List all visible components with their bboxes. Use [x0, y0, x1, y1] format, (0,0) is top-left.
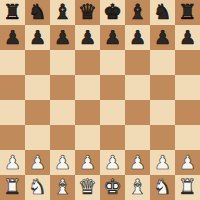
square-b6[interactable] — [25, 50, 50, 75]
square-e4[interactable] — [100, 100, 125, 125]
white-pawn-piece[interactable]: ♟ — [4, 150, 21, 175]
square-d7[interactable]: ♟ — [75, 25, 100, 50]
square-b8[interactable]: ♞ — [25, 0, 50, 25]
square-e7[interactable]: ♟ — [100, 25, 125, 50]
square-c6[interactable] — [50, 50, 75, 75]
black-pawn-piece[interactable]: ♟ — [4, 25, 21, 50]
white-pawn-piece[interactable]: ♟ — [79, 150, 96, 175]
square-g2[interactable]: ♟ — [150, 150, 175, 175]
square-d4[interactable] — [75, 100, 100, 125]
square-a3[interactable] — [0, 125, 25, 150]
square-h3[interactable] — [175, 125, 200, 150]
white-pawn-piece[interactable]: ♟ — [179, 150, 196, 175]
square-a4[interactable] — [0, 100, 25, 125]
black-pawn-piece[interactable]: ♟ — [179, 25, 196, 50]
white-bishop-piece[interactable]: ♝ — [53, 175, 72, 200]
square-b7[interactable]: ♟ — [25, 25, 50, 50]
square-f4[interactable] — [125, 100, 150, 125]
square-e1[interactable]: ♚ — [100, 175, 125, 200]
square-c5[interactable] — [50, 75, 75, 100]
square-a5[interactable] — [0, 75, 25, 100]
black-pawn-piece[interactable]: ♟ — [154, 25, 171, 50]
square-g8[interactable]: ♞ — [150, 0, 175, 25]
white-rook-piece[interactable]: ♜ — [3, 175, 22, 200]
black-king-piece[interactable]: ♚ — [103, 0, 122, 25]
square-f1[interactable]: ♝ — [125, 175, 150, 200]
black-rook-piece[interactable]: ♜ — [178, 0, 197, 25]
white-queen-piece[interactable]: ♛ — [78, 175, 97, 200]
square-b1[interactable]: ♞ — [25, 175, 50, 200]
black-bishop-piece[interactable]: ♝ — [53, 0, 72, 25]
square-e2[interactable]: ♟ — [100, 150, 125, 175]
square-e3[interactable] — [100, 125, 125, 150]
black-pawn-piece[interactable]: ♟ — [79, 25, 96, 50]
square-a7[interactable]: ♟ — [0, 25, 25, 50]
square-d6[interactable] — [75, 50, 100, 75]
square-d8[interactable]: ♛ — [75, 0, 100, 25]
square-a8[interactable]: ♜ — [0, 0, 25, 25]
white-knight-piece[interactable]: ♞ — [28, 175, 47, 200]
square-c2[interactable]: ♟ — [50, 150, 75, 175]
square-g1[interactable]: ♞ — [150, 175, 175, 200]
black-bishop-piece[interactable]: ♝ — [128, 0, 147, 25]
chess-board: ♜♞♝♛♚♝♞♜♟♟♟♟♟♟♟♟♟♟♟♟♟♟♟♟♜♞♝♛♚♝♞♜ — [0, 0, 200, 200]
square-e8[interactable]: ♚ — [100, 0, 125, 25]
square-b2[interactable]: ♟ — [25, 150, 50, 175]
black-knight-piece[interactable]: ♞ — [28, 0, 47, 25]
square-f6[interactable] — [125, 50, 150, 75]
white-king-piece[interactable]: ♚ — [103, 175, 122, 200]
square-d5[interactable] — [75, 75, 100, 100]
black-queen-piece[interactable]: ♛ — [78, 0, 97, 25]
square-e6[interactable] — [100, 50, 125, 75]
black-rook-piece[interactable]: ♜ — [3, 0, 22, 25]
square-c4[interactable] — [50, 100, 75, 125]
white-pawn-piece[interactable]: ♟ — [154, 150, 171, 175]
square-g4[interactable] — [150, 100, 175, 125]
square-b4[interactable] — [25, 100, 50, 125]
black-pawn-piece[interactable]: ♟ — [54, 25, 71, 50]
black-pawn-piece[interactable]: ♟ — [129, 25, 146, 50]
square-f8[interactable]: ♝ — [125, 0, 150, 25]
square-a1[interactable]: ♜ — [0, 175, 25, 200]
white-knight-piece[interactable]: ♞ — [153, 175, 172, 200]
square-e5[interactable] — [100, 75, 125, 100]
black-pawn-piece[interactable]: ♟ — [104, 25, 121, 50]
white-pawn-piece[interactable]: ♟ — [129, 150, 146, 175]
square-b5[interactable] — [25, 75, 50, 100]
chess-board-window: ♜♞♝♛♚♝♞♜♟♟♟♟♟♟♟♟♟♟♟♟♟♟♟♟♜♞♝♛♚♝♞♜ — [0, 0, 200, 200]
square-b3[interactable] — [25, 125, 50, 150]
square-h5[interactable] — [175, 75, 200, 100]
square-c3[interactable] — [50, 125, 75, 150]
square-c7[interactable]: ♟ — [50, 25, 75, 50]
black-pawn-piece[interactable]: ♟ — [29, 25, 46, 50]
white-pawn-piece[interactable]: ♟ — [54, 150, 71, 175]
square-d2[interactable]: ♟ — [75, 150, 100, 175]
white-bishop-piece[interactable]: ♝ — [128, 175, 147, 200]
square-c1[interactable]: ♝ — [50, 175, 75, 200]
square-a2[interactable]: ♟ — [0, 150, 25, 175]
square-f5[interactable] — [125, 75, 150, 100]
square-h7[interactable]: ♟ — [175, 25, 200, 50]
square-f3[interactable] — [125, 125, 150, 150]
square-h8[interactable]: ♜ — [175, 0, 200, 25]
black-knight-piece[interactable]: ♞ — [153, 0, 172, 25]
white-pawn-piece[interactable]: ♟ — [104, 150, 121, 175]
square-h4[interactable] — [175, 100, 200, 125]
square-g5[interactable] — [150, 75, 175, 100]
square-f7[interactable]: ♟ — [125, 25, 150, 50]
square-g7[interactable]: ♟ — [150, 25, 175, 50]
square-h6[interactable] — [175, 50, 200, 75]
square-c8[interactable]: ♝ — [50, 0, 75, 25]
square-d1[interactable]: ♛ — [75, 175, 100, 200]
square-g6[interactable] — [150, 50, 175, 75]
square-g3[interactable] — [150, 125, 175, 150]
square-f2[interactable]: ♟ — [125, 150, 150, 175]
square-d3[interactable] — [75, 125, 100, 150]
square-a6[interactable] — [0, 50, 25, 75]
square-h2[interactable]: ♟ — [175, 150, 200, 175]
white-rook-piece[interactable]: ♜ — [178, 175, 197, 200]
square-h1[interactable]: ♜ — [175, 175, 200, 200]
white-pawn-piece[interactable]: ♟ — [29, 150, 46, 175]
